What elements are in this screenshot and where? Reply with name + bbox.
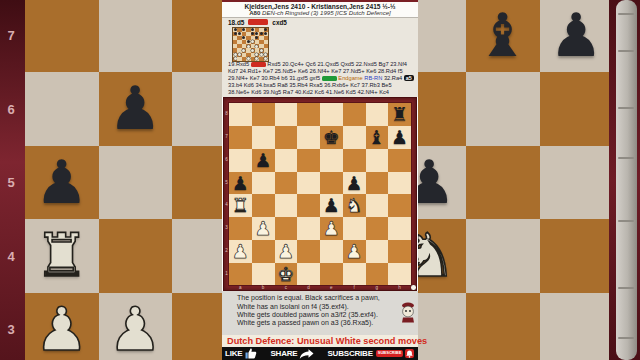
evaluation-badge-green[interactable] xyxy=(322,76,337,81)
square-h5[interactable] xyxy=(388,172,411,195)
event-line: A80 DEN-ch Ringsted (3) 1995 [ICS Dutch … xyxy=(222,10,418,17)
board-rank-label: 3 xyxy=(224,225,229,230)
white-piece-dot xyxy=(264,53,267,56)
background-rank-label: 5 xyxy=(0,175,22,190)
thumbs-up-icon[interactable] xyxy=(245,345,257,360)
background-square: ♟ xyxy=(25,146,99,220)
square-a8[interactable] xyxy=(229,103,252,126)
notification-bell-icon[interactable] xyxy=(405,349,414,358)
square-d4[interactable] xyxy=(297,194,320,217)
move-text[interactable]: Rxd5 20.Qc4+ Qc6 21.Qxd5 Qxd5 22.Nxd5 Bg… xyxy=(266,61,407,67)
background-square: ♟ xyxy=(540,0,614,72)
board-file-label: e xyxy=(320,285,343,290)
scrollbar-tick xyxy=(618,220,634,222)
evaluation-badge-red[interactable] xyxy=(251,62,266,67)
black-piece-dot xyxy=(234,32,237,35)
black-piece-dot xyxy=(255,36,258,39)
board-file-label: g xyxy=(366,285,389,290)
analysis-line: The position is equal. Black sacrifices … xyxy=(237,294,394,302)
square-a5[interactable]: ♟ xyxy=(229,172,252,195)
square-g3[interactable] xyxy=(366,217,389,240)
action-bar: LIKE SHARE SUBSCRIBE SUBSCRIBE xyxy=(222,347,418,360)
square-g7[interactable]: ♝ xyxy=(366,126,389,149)
white-piece-dot xyxy=(260,49,263,52)
square-g8[interactable] xyxy=(366,103,389,126)
square-f7[interactable] xyxy=(343,126,366,149)
eco-code: A80 xyxy=(249,9,260,16)
background-square xyxy=(25,72,99,146)
square-f2[interactable]: ♟ xyxy=(343,240,366,263)
black-pawn[interactable]: ♟ xyxy=(255,149,272,172)
evaluation-badge-red xyxy=(248,19,268,25)
board-file-label: a xyxy=(229,285,252,290)
square-g2[interactable] xyxy=(366,240,389,263)
background-rank-label: 6 xyxy=(0,102,22,117)
board-rank-label: 7 xyxy=(224,134,229,139)
background-square xyxy=(99,0,173,72)
black-piece-dot xyxy=(264,28,267,31)
white-piece-dot xyxy=(264,57,267,60)
analysis-line: White gets a passed pawn on a3 (36.Rxa5)… xyxy=(237,319,394,327)
white-piece-dot xyxy=(234,53,237,56)
square-a3[interactable] xyxy=(229,217,252,240)
square-b8[interactable] xyxy=(252,103,275,126)
square-b2[interactable] xyxy=(252,240,275,263)
analysis-line: White has an isolani on f4 (35.exf4). xyxy=(237,303,394,311)
square-f1[interactable] xyxy=(343,263,366,286)
square-e4[interactable]: ♟ xyxy=(320,194,343,217)
scrollbar-tick xyxy=(618,50,634,52)
square-d2[interactable] xyxy=(297,240,320,263)
scrollbar-tick xyxy=(618,107,634,109)
board-rank-label: 1 xyxy=(224,271,229,276)
square-a1[interactable] xyxy=(229,263,252,286)
white-pawn[interactable]: ♟ xyxy=(277,240,294,263)
white-piece-dot xyxy=(260,53,263,56)
square-e3[interactable]: ♟ xyxy=(320,217,343,240)
square-h8[interactable]: ♜ xyxy=(388,103,411,126)
square-c2[interactable]: ♟ xyxy=(275,240,298,263)
square-d1[interactable] xyxy=(297,263,320,286)
black-pawn[interactable]: ♟ xyxy=(232,172,249,195)
annotation-text[interactable]: RB-RN xyxy=(363,75,383,81)
square-a4[interactable]: ♜ xyxy=(229,194,252,217)
background-square: ♟ xyxy=(99,293,173,360)
analysis-text-panel: The position is equal. Black sacrifices … xyxy=(222,291,418,335)
black-piece-dot xyxy=(251,32,254,35)
background-square xyxy=(99,146,173,220)
like-button[interactable]: LIKE xyxy=(225,349,242,358)
square-c6[interactable] xyxy=(275,149,298,172)
black-king[interactable]: ♚ xyxy=(323,126,340,149)
black-pawn[interactable]: ♟ xyxy=(323,194,340,217)
scrollbar-tick xyxy=(618,287,634,289)
white-pawn[interactable]: ♟ xyxy=(255,217,272,240)
mascot-icon xyxy=(401,302,415,328)
square-f6[interactable] xyxy=(343,149,366,172)
square-a7[interactable] xyxy=(229,126,252,149)
move-text[interactable]: 32.Ra4 xyxy=(382,75,404,81)
white-piece-dot xyxy=(247,45,250,48)
background-square xyxy=(466,146,540,220)
game-header: Kjeldsen,Jens 2410 - Kristiansen,Jens 24… xyxy=(222,2,418,18)
background-square xyxy=(540,219,614,293)
black-pawn[interactable]: ♟ xyxy=(346,172,363,195)
square-d5[interactable] xyxy=(297,172,320,195)
scrollbar[interactable] xyxy=(616,0,637,360)
black-piece-dot xyxy=(242,28,245,31)
share-button[interactable]: SHARE xyxy=(270,349,297,358)
share-arrow-icon[interactable] xyxy=(299,345,314,360)
notation-line[interactable]: Kd7 24.Rd1+ Ke7 25.Nd5+ Ke6 26.Nf4+ Ke7 … xyxy=(228,68,418,75)
square-c5[interactable] xyxy=(275,172,298,195)
board-file-label: f xyxy=(343,285,366,290)
black-piece-dot xyxy=(255,32,258,35)
white-piece-dot xyxy=(251,40,254,43)
square-b4[interactable] xyxy=(252,194,275,217)
notation-line[interactable]: 33.b4 Kd6 34.bxa5 Ra8 35.Rb4 Rxa5 36.Rxb… xyxy=(228,82,418,89)
white-pawn[interactable]: ♟ xyxy=(346,240,363,263)
white-piece-dot xyxy=(255,53,258,56)
white-king[interactable]: ♚ xyxy=(277,263,294,286)
white-piece-dot xyxy=(251,49,254,52)
white-pawn: ♟ xyxy=(35,293,89,360)
square-f8[interactable] xyxy=(343,103,366,126)
move-text[interactable]: Kd7 24.Rd1+ Ke7 25.Nd5+ Ke6 26.Nf4+ Ke7 … xyxy=(228,68,403,74)
white-rook[interactable]: ♜ xyxy=(232,194,249,217)
square-h6[interactable] xyxy=(388,149,411,172)
background-square xyxy=(466,293,540,360)
subscribe-button[interactable]: SUBSCRIBE xyxy=(327,349,372,358)
notation-line[interactable]: 19.Rxd5 Rxd5 20.Qc4+ Qc6 21.Qxd5 Qxd5 22… xyxy=(228,61,418,68)
square-c3[interactable] xyxy=(275,217,298,240)
square-g6[interactable] xyxy=(366,149,389,172)
board-file-label: d xyxy=(297,285,320,290)
black-piece-dot xyxy=(264,32,267,35)
square-g5[interactable] xyxy=(366,172,389,195)
white-rook: ♜ xyxy=(35,219,89,293)
analysis-overlay-panel: Kjeldsen,Jens 2410 - Kristiansen,Jens 24… xyxy=(222,0,418,360)
black-pawn[interactable]: ♟ xyxy=(391,126,408,149)
event-text: DEN-ch Ringsted (3) 1995 [ICS Dutch Defe… xyxy=(260,9,390,16)
black-piece-dot xyxy=(251,28,254,31)
black-piece-dot xyxy=(238,32,241,35)
scrollbar-tick xyxy=(618,337,634,339)
board-rank-label: 6 xyxy=(224,157,229,162)
board-rank-label: 8 xyxy=(224,111,229,116)
scrollbar-tick xyxy=(618,13,634,15)
square-a2[interactable]: ♟ xyxy=(229,240,252,263)
board-file-label: h xyxy=(388,285,411,290)
square-d7[interactable] xyxy=(297,126,320,149)
black-piece-dot xyxy=(247,40,250,43)
square-b7[interactable] xyxy=(252,126,275,149)
white-piece-dot xyxy=(255,45,258,48)
background-square: ♜ xyxy=(25,219,99,293)
board-file-label: c xyxy=(275,285,298,290)
black-move-label[interactable]: cxd5 xyxy=(272,19,287,26)
background-square xyxy=(99,219,173,293)
move-text[interactable]: 38.Ne6+ Kd6 39.Ng5 Ra7 40.Kd2 Kc6 41.Ne6… xyxy=(228,89,389,95)
background-square xyxy=(466,219,540,293)
background-square: ♟ xyxy=(25,293,99,360)
square-e5[interactable] xyxy=(320,172,343,195)
square-d6[interactable] xyxy=(297,149,320,172)
white-piece-dot xyxy=(247,57,250,60)
square-g4[interactable] xyxy=(366,194,389,217)
video-frame: ♜♚♝♟♟♟♟♜♞♟♟ 76543 Kjeldsen,Jens 2410 - K… xyxy=(0,0,640,360)
white-pawn: ♟ xyxy=(108,293,162,360)
square-b1[interactable] xyxy=(252,263,275,286)
current-move-highlight[interactable]: a5 xyxy=(404,75,414,81)
square-e6[interactable] xyxy=(320,149,343,172)
square-c4[interactable] xyxy=(275,194,298,217)
black-pawn: ♟ xyxy=(549,0,603,72)
square-f3[interactable] xyxy=(343,217,366,240)
background-board-left-border: 76543 xyxy=(0,0,25,360)
square-c8[interactable] xyxy=(275,103,298,126)
square-d8[interactable] xyxy=(297,103,320,126)
move-list: 19.Rxd5 Rxd5 20.Qc4+ Qc6 21.Qxd5 Qxd5 22… xyxy=(222,61,418,97)
annotation-text[interactable]: Endgame xyxy=(337,75,363,81)
thumbnail-area xyxy=(222,27,418,61)
square-e2[interactable] xyxy=(320,240,343,263)
square-f5[interactable]: ♟ xyxy=(343,172,366,195)
black-piece-dot xyxy=(260,32,263,35)
board-file-label: b xyxy=(252,285,275,290)
background-rank-label: 4 xyxy=(0,249,22,264)
square-h4[interactable] xyxy=(388,194,411,217)
background-square xyxy=(25,0,99,72)
scrollbar-tick xyxy=(618,157,634,159)
square-e7[interactable]: ♚ xyxy=(320,126,343,149)
black-rook[interactable]: ♜ xyxy=(391,103,408,126)
notation-panel: 18.d5 cxd5 19.Rxd5 Rxd5 20.Qc4+ Qc6 21.Q… xyxy=(222,18,418,97)
thumbnail-chessboard[interactable] xyxy=(232,27,269,62)
white-move-label[interactable]: 18.d5 xyxy=(228,19,244,26)
square-b3[interactable]: ♟ xyxy=(252,217,275,240)
square-f4[interactable]: ♞ xyxy=(343,194,366,217)
background-rank-label: 7 xyxy=(0,28,22,43)
current-move-row[interactable]: 18.d5 cxd5 xyxy=(222,18,418,27)
square-a6[interactable] xyxy=(229,149,252,172)
white-piece-dot xyxy=(234,57,237,60)
square-b5[interactable] xyxy=(252,172,275,195)
square-c1[interactable]: ♚ xyxy=(275,263,298,286)
square-h7[interactable]: ♟ xyxy=(388,126,411,149)
square-h2[interactable] xyxy=(388,240,411,263)
background-board-right-border xyxy=(609,0,640,360)
thumbnail-square xyxy=(264,57,268,61)
notation-line[interactable]: 29.Nf4+ Ke7 30.Rb4 b6 31.gxf5 gxf5 Endga… xyxy=(228,75,418,82)
white-to-move-indicator xyxy=(411,285,416,290)
background-square xyxy=(540,293,614,360)
square-c7[interactable] xyxy=(275,126,298,149)
background-square: ♟ xyxy=(99,72,173,146)
board-rank-label: 5 xyxy=(224,180,229,185)
black-pawn: ♟ xyxy=(35,146,89,220)
square-h3[interactable] xyxy=(388,217,411,240)
white-pawn[interactable]: ♟ xyxy=(232,240,249,263)
black-bishop: ♝ xyxy=(476,0,530,72)
main-chessboard[interactable]: ♜♚♝♟♟♟♟♜♟♞♟♟♟♟♟♚ xyxy=(229,103,411,285)
square-b6[interactable]: ♟ xyxy=(252,149,275,172)
white-knight[interactable]: ♞ xyxy=(346,194,363,217)
white-piece-dot xyxy=(255,57,258,60)
square-e1[interactable] xyxy=(320,263,343,286)
notation-line[interactable]: 38.Ne6+ Kd6 39.Ng5 Ra7 40.Kd2 Kc6 41.Ne6… xyxy=(228,89,418,96)
black-piece-dot xyxy=(242,36,245,39)
white-piece-dot xyxy=(238,53,241,56)
move-text[interactable]: 33.b4 Kd6 34.bxa5 Ra8 35.Rb4 Rxa5 36.Rxb… xyxy=(228,82,392,88)
analysis-line: White gets doubled pawns on a3/f2 (35.ex… xyxy=(237,311,394,319)
background-square xyxy=(540,146,614,220)
black-bishop[interactable]: ♝ xyxy=(368,126,385,149)
black-pawn: ♟ xyxy=(108,72,162,146)
square-d3[interactable] xyxy=(297,217,320,240)
move-text[interactable]: 29.Nf4+ Ke7 30.Rb4 b6 31.gxf5 gxf5 xyxy=(228,75,322,81)
white-pawn[interactable]: ♟ xyxy=(323,217,340,240)
black-piece-dot xyxy=(234,28,237,31)
background-square: ♝ xyxy=(466,0,540,72)
board-rank-label: 4 xyxy=(224,202,229,207)
subscribe-badge[interactable]: SUBSCRIBE xyxy=(376,350,404,357)
square-h1[interactable] xyxy=(388,263,411,286)
white-piece-dot xyxy=(242,49,245,52)
main-board-frame: ♜♚♝♟♟♟♟♜♟♞♟♟♟♟♟♚ 87654321abcdefgh xyxy=(223,97,417,291)
background-rank-label: 3 xyxy=(0,322,22,337)
square-e8[interactable] xyxy=(320,103,343,126)
background-square xyxy=(466,72,540,146)
square-g1[interactable] xyxy=(366,263,389,286)
background-square xyxy=(540,72,614,146)
board-rank-label: 2 xyxy=(224,248,229,253)
